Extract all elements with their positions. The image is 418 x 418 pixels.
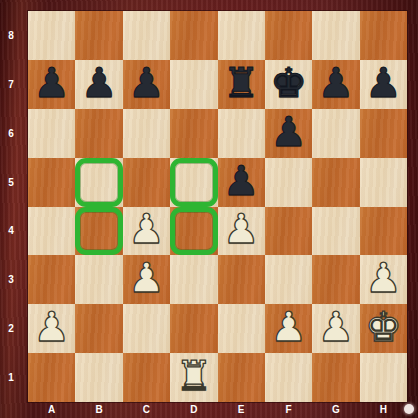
square-a6[interactable] (28, 109, 75, 158)
rank-label-6: 6 (0, 109, 28, 158)
square-h6[interactable] (360, 109, 407, 158)
black-pawn[interactable]: ♟ (365, 63, 402, 104)
file-labels: ABCDEFGH (28, 401, 407, 418)
square-d7[interactable] (170, 60, 217, 109)
square-h5[interactable] (360, 158, 407, 207)
square-f2[interactable]: ♟ (265, 304, 312, 353)
square-d4[interactable] (170, 207, 217, 256)
square-b8[interactable] (75, 11, 122, 60)
white-pawn[interactable]: ♟ (223, 209, 260, 250)
rank-label-5: 5 (0, 158, 28, 207)
square-b7[interactable]: ♟ (75, 60, 122, 109)
square-h1[interactable] (360, 353, 407, 402)
square-b4[interactable] (75, 207, 122, 256)
square-e2[interactable] (218, 304, 265, 353)
rank-labels: 87654321 (0, 11, 28, 402)
square-a4[interactable] (28, 207, 75, 256)
square-f6[interactable]: ♟ (265, 109, 312, 158)
file-label-a: A (28, 401, 75, 418)
square-e7[interactable]: ♜ (218, 60, 265, 109)
square-e5[interactable]: ♟ (218, 158, 265, 207)
highlight-ring-d5 (170, 158, 217, 207)
square-f3[interactable] (265, 255, 312, 304)
square-d8[interactable] (170, 11, 217, 60)
black-king[interactable]: ♚ (270, 63, 307, 104)
square-d6[interactable] (170, 109, 217, 158)
square-c1[interactable] (123, 353, 170, 402)
file-label-g: G (312, 401, 359, 418)
white-pawn[interactable]: ♟ (318, 307, 355, 348)
square-a2[interactable]: ♟ (28, 304, 75, 353)
square-e4[interactable]: ♟ (218, 207, 265, 256)
square-f4[interactable] (265, 207, 312, 256)
black-rook[interactable]: ♜ (223, 63, 260, 104)
black-pawn[interactable]: ♟ (81, 63, 118, 104)
square-g3[interactable] (312, 255, 359, 304)
file-label-h: H (360, 401, 407, 418)
square-b2[interactable] (75, 304, 122, 353)
square-c8[interactable] (123, 11, 170, 60)
rank-label-1: 1 (0, 353, 28, 402)
rank-label-4: 4 (0, 207, 28, 256)
square-b1[interactable] (75, 353, 122, 402)
square-d1[interactable]: ♜ (170, 353, 217, 402)
square-h4[interactable] (360, 207, 407, 256)
square-f1[interactable] (265, 353, 312, 402)
rank-label-3: 3 (0, 255, 28, 304)
file-label-f: F (265, 401, 312, 418)
square-g5[interactable] (312, 158, 359, 207)
white-pawn[interactable]: ♟ (128, 258, 165, 299)
black-pawn[interactable]: ♟ (270, 112, 307, 153)
highlight-ring-b5 (75, 158, 122, 207)
square-f5[interactable] (265, 158, 312, 207)
rank-label-7: 7 (0, 60, 28, 109)
square-f7[interactable]: ♚ (265, 60, 312, 109)
square-h7[interactable]: ♟ (360, 60, 407, 109)
square-a1[interactable] (28, 353, 75, 402)
square-a5[interactable] (28, 158, 75, 207)
square-d3[interactable] (170, 255, 217, 304)
square-g8[interactable] (312, 11, 359, 60)
file-label-c: C (123, 401, 170, 418)
square-c2[interactable] (123, 304, 170, 353)
square-c6[interactable] (123, 109, 170, 158)
square-h2[interactable]: ♚ (360, 304, 407, 353)
white-pawn[interactable]: ♟ (33, 307, 70, 348)
white-pawn[interactable]: ♟ (270, 307, 307, 348)
square-e6[interactable] (218, 109, 265, 158)
chess-board: ♟♟♟♜♚♟♟♟♟♟♟♟♟♟♟♟♚♜ (28, 11, 407, 402)
square-h8[interactable] (360, 11, 407, 60)
white-pawn[interactable]: ♟ (128, 209, 165, 250)
square-a3[interactable] (28, 255, 75, 304)
square-b5[interactable] (75, 158, 122, 207)
file-label-e: E (218, 401, 265, 418)
side-to-move-indicator (404, 404, 414, 414)
square-e3[interactable] (218, 255, 265, 304)
square-g2[interactable]: ♟ (312, 304, 359, 353)
square-h3[interactable]: ♟ (360, 255, 407, 304)
square-a7[interactable]: ♟ (28, 60, 75, 109)
square-c7[interactable]: ♟ (123, 60, 170, 109)
square-g1[interactable] (312, 353, 359, 402)
square-c5[interactable] (123, 158, 170, 207)
square-d5[interactable] (170, 158, 217, 207)
square-f8[interactable] (265, 11, 312, 60)
rank-label-8: 8 (0, 11, 28, 60)
square-g6[interactable] (312, 109, 359, 158)
highlight-ring-d4 (170, 207, 217, 256)
square-a8[interactable] (28, 11, 75, 60)
square-g4[interactable] (312, 207, 359, 256)
square-e1[interactable] (218, 353, 265, 402)
highlight-ring-b4 (75, 207, 122, 256)
rank-label-2: 2 (0, 304, 28, 353)
square-c3[interactable]: ♟ (123, 255, 170, 304)
black-pawn[interactable]: ♟ (33, 63, 70, 104)
file-label-d: D (170, 401, 217, 418)
square-c4[interactable]: ♟ (123, 207, 170, 256)
square-b3[interactable] (75, 255, 122, 304)
white-king[interactable]: ♚ (365, 307, 402, 348)
square-b6[interactable] (75, 109, 122, 158)
black-pawn[interactable]: ♟ (128, 63, 165, 104)
square-g7[interactable]: ♟ (312, 60, 359, 109)
black-pawn[interactable]: ♟ (318, 63, 355, 104)
white-pawn[interactable]: ♟ (365, 258, 402, 299)
square-d2[interactable] (170, 304, 217, 353)
file-label-b: B (75, 401, 122, 418)
white-rook[interactable]: ♜ (175, 356, 212, 397)
black-pawn[interactable]: ♟ (223, 161, 260, 202)
chess-app-window: 87654321 ♟♟♟♜♚♟♟♟♟♟♟♟♟♟♟♟♚♜ ABCDEFGH (0, 0, 418, 418)
square-e8[interactable] (218, 11, 265, 60)
